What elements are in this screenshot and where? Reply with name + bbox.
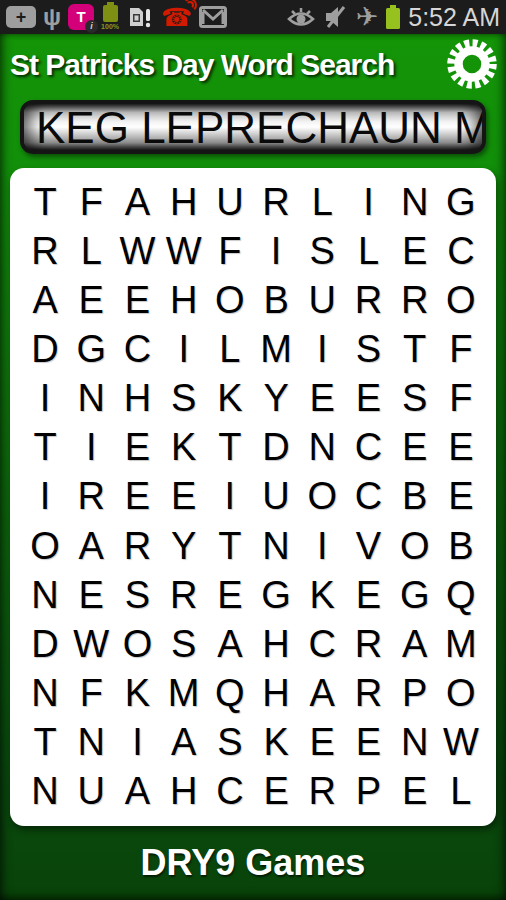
grid-cell-r11c9[interactable]: P (392, 669, 438, 718)
grid-cell-r10c9[interactable]: A (392, 620, 438, 669)
grid-cell-r13c5[interactable]: C (207, 767, 253, 816)
grid-cell-r1c2[interactable]: F (68, 178, 114, 227)
grid-cell-r9c2[interactable]: E (68, 571, 114, 620)
grid-cell-r4c7[interactable]: I (299, 325, 345, 374)
grid-cell-r2c6[interactable]: I (253, 227, 299, 276)
grid-cell-r11c3[interactable]: K (114, 669, 160, 718)
grid-cell-r8c2[interactable]: A (68, 522, 114, 571)
grid-cell-r3c8[interactable]: R (345, 276, 391, 325)
add-notification-icon: + (6, 6, 36, 28)
grid-cell-r9c9[interactable]: G (392, 571, 438, 620)
grid-cell-r10c3[interactable]: O (114, 620, 160, 669)
grid-cell-r5c6[interactable]: Y (253, 374, 299, 423)
grid-cell-r4c4[interactable]: I (161, 325, 207, 374)
grid-cell-r12c9[interactable]: N (392, 718, 438, 767)
grid-cell-r4c5[interactable]: L (207, 325, 253, 374)
page-title: St Patricks Day Word Search (10, 48, 394, 82)
grid-cell-r3c1[interactable]: A (22, 276, 68, 325)
grid-cell-r8c3[interactable]: R (114, 522, 160, 571)
clock-label: 5:52 AM (408, 3, 502, 32)
mute-icon (323, 2, 349, 32)
grid-cell-r11c4[interactable]: M (161, 669, 207, 718)
grid-cell-r8c1[interactable]: O (22, 522, 68, 571)
grid-cell-r10c7[interactable]: C (299, 620, 345, 669)
grid-cell-r2c10[interactable]: C (438, 227, 484, 276)
grid-cell-r10c8[interactable]: R (345, 620, 391, 669)
tmobile-letter: T (77, 8, 86, 25)
grid-cell-r6c4[interactable]: K (161, 423, 207, 472)
grid-cell-r8c9[interactable]: O (392, 522, 438, 571)
grid-cell-r7c8[interactable]: C (345, 472, 391, 521)
grid-cell-r8c7[interactable]: I (299, 522, 345, 571)
grid-cell-r7c1[interactable]: I (22, 472, 68, 521)
grid-cell-r10c6[interactable]: H (253, 620, 299, 669)
grid-cell-r11c1[interactable]: N (22, 669, 68, 718)
grid-cell-r11c8[interactable]: R (345, 669, 391, 718)
grid-cell-r8c5[interactable]: T (207, 522, 253, 571)
grid-cell-r13c9[interactable]: E (392, 767, 438, 816)
grid-cell-r5c8[interactable]: E (345, 374, 391, 423)
tmobile-icon: T i (68, 4, 94, 30)
grid-cell-r5c5[interactable]: K (207, 374, 253, 423)
grid-cell-r6c3[interactable]: E (114, 423, 160, 472)
grid-cell-r2c1[interactable]: R (22, 227, 68, 276)
battery-percent-label: 100% (101, 23, 119, 30)
grid-cell-r1c5[interactable]: U (207, 178, 253, 227)
grid-cell-r7c7[interactable]: O (299, 472, 345, 521)
grid-cell-r12c7[interactable]: E (299, 718, 345, 767)
airplane-mode-icon: ✈ (356, 2, 379, 32)
footer-banner[interactable]: DRY9 Games (0, 826, 506, 900)
grid-cell-r4c1[interactable]: D (22, 325, 68, 374)
settings-button[interactable] (445, 36, 499, 92)
grid-cell-r4c3[interactable]: C (114, 325, 160, 374)
app-background: St Patricks Day Word Search KEG LEPRECHA… (0, 34, 506, 900)
grid-cell-r13c8[interactable]: P (345, 767, 391, 816)
grid-cell-r12c3[interactable]: I (114, 718, 160, 767)
grid-cell-r1c10[interactable]: G (438, 178, 484, 227)
grid-cell-r9c7[interactable]: K (299, 571, 345, 620)
grid-cell-r9c4[interactable]: R (161, 571, 207, 620)
grid-cell-r4c2[interactable]: G (68, 325, 114, 374)
battery-body (103, 5, 118, 22)
grid-cell-r6c10[interactable]: E (438, 423, 484, 472)
grid-cell-r12c5[interactable]: S (207, 718, 253, 767)
grid-cell-r9c8[interactable]: E (345, 571, 391, 620)
grid-cell-r7c6[interactable]: U (253, 472, 299, 521)
grid-cell-r7c5[interactable]: I (207, 472, 253, 521)
grid-cell-r11c2[interactable]: F (68, 669, 114, 718)
phone-screen: + ψ T i 100% (0, 0, 506, 900)
info-badge-icon: i (85, 20, 98, 33)
grid-cell-r3c5[interactable]: O (207, 276, 253, 325)
grid-cell-r1c4[interactable]: H (161, 178, 207, 227)
grid-cell-r9c1[interactable]: N (22, 571, 68, 620)
grid-cell-r4c8[interactable]: S (345, 325, 391, 374)
grid-cell-r9c6[interactable]: G (253, 571, 299, 620)
grid-cell-r6c6[interactable]: D (253, 423, 299, 472)
grid-cell-r6c5[interactable]: T (207, 423, 253, 472)
developer-label: DRY9 Games (141, 842, 366, 884)
grid-cell-r3c4[interactable]: H (161, 276, 207, 325)
smart-stay-eye-icon (286, 2, 316, 32)
grid-cell-r12c6[interactable]: K (253, 718, 299, 767)
grid-cell-r7c9[interactable]: B (392, 472, 438, 521)
grid-cell-r2c2[interactable]: L (68, 227, 114, 276)
battery-100-icon: 100% (101, 2, 119, 32)
grid-cell-r11c10[interactable]: O (438, 669, 484, 718)
grid-cell-r10c1[interactable]: D (22, 620, 68, 669)
grid-cell-r6c8[interactable]: C (345, 423, 391, 472)
grid-cell-r3c2[interactable]: E (68, 276, 114, 325)
grid-cell-r6c9[interactable]: E (392, 423, 438, 472)
grid-cell-r1c3[interactable]: A (114, 178, 160, 227)
grid-cell-r12c2[interactable]: N (68, 718, 114, 767)
grid-cell-r9c3[interactable]: S (114, 571, 160, 620)
grid-cell-r4c10[interactable]: F (438, 325, 484, 374)
gmail-icon (199, 2, 227, 32)
grid-cell-r12c4[interactable]: A (161, 718, 207, 767)
grid-cell-r12c10[interactable]: W (438, 718, 484, 767)
grid-cell-r10c5[interactable]: A (207, 620, 253, 669)
grid-cell-r7c10[interactable]: E (438, 472, 484, 521)
grid-cell-r2c3[interactable]: W (114, 227, 160, 276)
grid-cell-r13c2[interactable]: U (68, 767, 114, 816)
wifi-calling-icon: ☎ (161, 2, 192, 32)
grid-cell-r5c3[interactable]: H (114, 374, 160, 423)
status-bar-left-icons: + ψ T i 100% (6, 2, 227, 32)
grid-cell-r10c2[interactable]: W (68, 620, 114, 669)
grid-cell-r1c9[interactable]: N (392, 178, 438, 227)
grid-cell-r8c4[interactable]: Y (161, 522, 207, 571)
grid-cell-r10c10[interactable]: M (438, 620, 484, 669)
grid-cell-r13c3[interactable]: A (114, 767, 160, 816)
word-list-text: KEG LEPRECHAUN MAG (24, 104, 482, 151)
grid-cell-r5c2[interactable]: N (68, 374, 114, 423)
grid-cell-r2c5[interactable]: F (207, 227, 253, 276)
grid-cell-r3c7[interactable]: U (299, 276, 345, 325)
app-header: St Patricks Day Word Search (0, 34, 506, 98)
grid-cell-r2c9[interactable]: E (392, 227, 438, 276)
grid-cell-r6c1[interactable]: T (22, 423, 68, 472)
grid-cell-r1c8[interactable]: I (345, 178, 391, 227)
grid-cell-r2c7[interactable]: S (299, 227, 345, 276)
grid-cell-r5c1[interactable]: I (22, 374, 68, 423)
grid-cell-r8c10[interactable]: B (438, 522, 484, 571)
grid-cell-r12c1[interactable]: T (22, 718, 68, 767)
grid-cell-r9c5[interactable]: E (207, 571, 253, 620)
sim-alert-icon (126, 2, 154, 32)
grid-cell-r3c9[interactable]: R (392, 276, 438, 325)
grid-cell-r5c4[interactable]: S (161, 374, 207, 423)
grid-cell-r11c6[interactable]: H (253, 669, 299, 718)
grid-cell-r3c10[interactable]: O (438, 276, 484, 325)
grid-cell-r1c7[interactable]: L (299, 178, 345, 227)
grid-cell-r11c7[interactable]: A (299, 669, 345, 718)
grid-cell-r5c9[interactable]: S (392, 374, 438, 423)
usb-icon: ψ (43, 2, 61, 32)
battery-icon (385, 2, 401, 32)
grid-cell-r1c6[interactable]: R (253, 178, 299, 227)
grid-cell-r7c3[interactable]: E (114, 472, 160, 521)
grid-cell-r4c9[interactable]: T (392, 325, 438, 374)
grid-cell-r6c7[interactable]: N (299, 423, 345, 472)
grid-cell-r2c4[interactable]: W (161, 227, 207, 276)
grid-cell-r12c8[interactable]: E (345, 718, 391, 767)
grid-cell-r13c7[interactable]: R (299, 767, 345, 816)
grid-cell-r3c3[interactable]: E (114, 276, 160, 325)
grid-cell-r7c4[interactable]: E (161, 472, 207, 521)
grid-cell-r5c7[interactable]: E (299, 374, 345, 423)
grid-cell-r9c10[interactable]: Q (438, 571, 484, 620)
grid-cell-r8c6[interactable]: N (253, 522, 299, 571)
grid-cell-r11c5[interactable]: Q (207, 669, 253, 718)
grid-cell-r3c6[interactable]: B (253, 276, 299, 325)
grid-cell-r4c6[interactable]: M (253, 325, 299, 374)
word-list-marquee: KEG LEPRECHAUN MAG (20, 100, 486, 154)
grid-cell-r13c4[interactable]: H (161, 767, 207, 816)
status-bar[interactable]: + ψ T i 100% (0, 0, 506, 34)
grid-cell-r10c4[interactable]: S (161, 620, 207, 669)
grid-cell-r8c8[interactable]: V (345, 522, 391, 571)
grid-cell-r5c10[interactable]: F (438, 374, 484, 423)
word-search-grid: TFAHURLINGRLWWFISLECAEEHOBURRODGCILMISTF… (10, 168, 496, 826)
grid-cell-r1c1[interactable]: T (22, 178, 68, 227)
grid-cell-r2c8[interactable]: L (345, 227, 391, 276)
grid-cell-r6c2[interactable]: I (68, 423, 114, 472)
grid-cell-r13c1[interactable]: N (22, 767, 68, 816)
gear-icon (445, 37, 499, 91)
grid-cell-r13c6[interactable]: E (253, 767, 299, 816)
wifi-arc (183, 0, 197, 12)
status-bar-right-icons: ✈ 5:52 AM (286, 2, 502, 32)
grid-cell-r7c2[interactable]: R (68, 472, 114, 521)
grid-cell-r13c10[interactable]: L (438, 767, 484, 816)
